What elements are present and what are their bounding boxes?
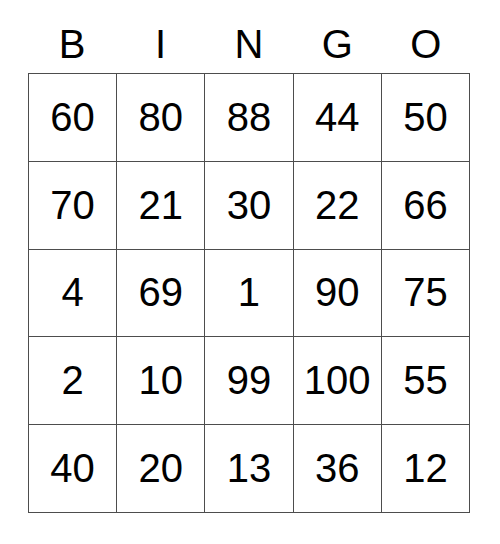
bingo-cell-r5c3[interactable]: 13 [205, 425, 293, 513]
bingo-cell-r3c2[interactable]: 69 [117, 250, 205, 338]
bingo-cell-r1c3[interactable]: 88 [205, 74, 293, 162]
bingo-cell-r5c1[interactable]: 40 [29, 425, 117, 513]
bingo-cell-r4c4[interactable]: 100 [294, 337, 382, 425]
bingo-header-row: BINGO [28, 0, 470, 73]
bingo-cell-r3c3[interactable]: 1 [205, 250, 293, 338]
bingo-header-letter-n: N [205, 0, 293, 73]
bingo-cell-r2c3[interactable]: 30 [205, 162, 293, 250]
bingo-board-grid: 6080884450702130226646919075210991005540… [28, 73, 470, 513]
bingo-cell-r2c1[interactable]: 70 [29, 162, 117, 250]
bingo-cell-r2c5[interactable]: 66 [382, 162, 470, 250]
bingo-card-inner: BINGO 6080884450702130226646919075210991… [28, 0, 470, 513]
bingo-header-letter-g: G [293, 0, 381, 73]
bingo-cell-r4c1[interactable]: 2 [29, 337, 117, 425]
bingo-cell-r1c1[interactable]: 60 [29, 74, 117, 162]
bingo-cell-r4c5[interactable]: 55 [382, 337, 470, 425]
bingo-cell-r4c3[interactable]: 99 [205, 337, 293, 425]
bingo-cell-r5c4[interactable]: 36 [294, 425, 382, 513]
bingo-card: BINGO 6080884450702130226646919075210991… [0, 0, 500, 544]
bingo-header-letter-i: I [116, 0, 204, 73]
bingo-cell-r1c4[interactable]: 44 [294, 74, 382, 162]
bingo-cell-r3c4[interactable]: 90 [294, 250, 382, 338]
bingo-header-letter-o: O [382, 0, 470, 73]
bingo-cell-r4c2[interactable]: 10 [117, 337, 205, 425]
bingo-cell-r5c5[interactable]: 12 [382, 425, 470, 513]
bingo-cell-r3c1[interactable]: 4 [29, 250, 117, 338]
bingo-cell-r5c2[interactable]: 20 [117, 425, 205, 513]
bingo-cell-r1c2[interactable]: 80 [117, 74, 205, 162]
bingo-cell-r1c5[interactable]: 50 [382, 74, 470, 162]
bingo-cell-r2c4[interactable]: 22 [294, 162, 382, 250]
bingo-header-letter-b: B [28, 0, 116, 73]
bingo-cell-r2c2[interactable]: 21 [117, 162, 205, 250]
bingo-cell-r3c5[interactable]: 75 [382, 250, 470, 338]
